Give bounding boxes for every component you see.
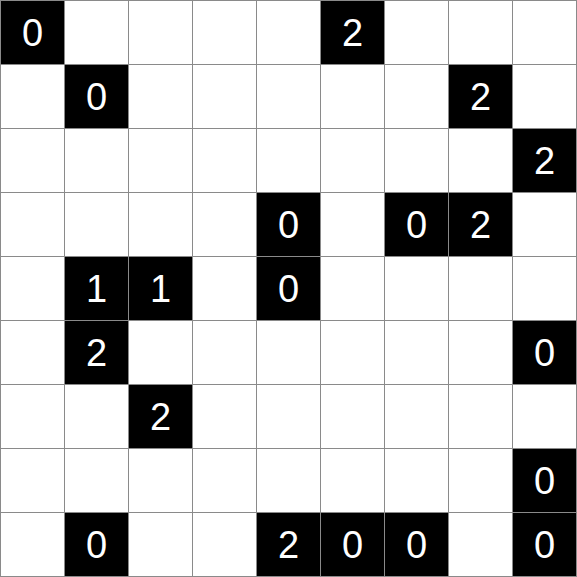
white-cell-r5c8[interactable] — [449, 257, 513, 321]
white-cell-r5c4[interactable] — [193, 257, 257, 321]
white-cell-r5c9[interactable] — [513, 257, 577, 321]
white-cell-r7c4[interactable] — [193, 385, 257, 449]
clue-cell-r9c6: 0 — [321, 513, 385, 577]
clue-cell-r4c7: 0 — [385, 193, 449, 257]
white-cell-r7c5[interactable] — [257, 385, 321, 449]
white-cell-r1c3[interactable] — [129, 1, 193, 65]
clue-cell-r5c3: 1 — [129, 257, 193, 321]
white-cell-r2c6[interactable] — [321, 65, 385, 129]
white-cell-r2c7[interactable] — [385, 65, 449, 129]
white-cell-r6c6[interactable] — [321, 321, 385, 385]
white-cell-r8c1[interactable] — [1, 449, 65, 513]
white-cell-r1c5[interactable] — [257, 1, 321, 65]
white-cell-r4c2[interactable] — [65, 193, 129, 257]
white-cell-r8c8[interactable] — [449, 449, 513, 513]
clue-cell-r2c8: 2 — [449, 65, 513, 129]
white-cell-r8c2[interactable] — [65, 449, 129, 513]
clue-cell-r1c1: 0 — [1, 1, 65, 65]
white-cell-r8c5[interactable] — [257, 449, 321, 513]
white-cell-r3c3[interactable] — [129, 129, 193, 193]
white-cell-r3c6[interactable] — [321, 129, 385, 193]
white-cell-r3c8[interactable] — [449, 129, 513, 193]
white-cell-r1c4[interactable] — [193, 1, 257, 65]
white-cell-r4c6[interactable] — [321, 193, 385, 257]
white-cell-r3c4[interactable] — [193, 129, 257, 193]
white-cell-r5c7[interactable] — [385, 257, 449, 321]
white-cell-r2c5[interactable] — [257, 65, 321, 129]
white-cell-r5c1[interactable] — [1, 257, 65, 321]
white-cell-r6c3[interactable] — [129, 321, 193, 385]
white-cell-r3c7[interactable] — [385, 129, 449, 193]
white-cell-r8c6[interactable] — [321, 449, 385, 513]
clue-cell-r3c9: 2 — [513, 129, 577, 193]
clue-cell-r4c5: 0 — [257, 193, 321, 257]
white-cell-r6c7[interactable] — [385, 321, 449, 385]
white-cell-r3c2[interactable] — [65, 129, 129, 193]
white-cell-r9c4[interactable] — [193, 513, 257, 577]
clue-cell-r9c5: 2 — [257, 513, 321, 577]
white-cell-r2c1[interactable] — [1, 65, 65, 129]
white-cell-r1c8[interactable] — [449, 1, 513, 65]
white-cell-r1c2[interactable] — [65, 1, 129, 65]
white-cell-r1c9[interactable] — [513, 1, 577, 65]
clue-cell-r4c8: 2 — [449, 193, 513, 257]
white-cell-r6c4[interactable] — [193, 321, 257, 385]
white-cell-r7c9[interactable] — [513, 385, 577, 449]
white-cell-r7c6[interactable] — [321, 385, 385, 449]
white-cell-r2c9[interactable] — [513, 65, 577, 129]
white-cell-r9c1[interactable] — [1, 513, 65, 577]
clue-cell-r5c5: 0 — [257, 257, 321, 321]
clue-cell-r8c9: 0 — [513, 449, 577, 513]
clue-cell-r1c6: 2 — [321, 1, 385, 65]
clue-cell-r9c7: 0 — [385, 513, 449, 577]
white-cell-r8c7[interactable] — [385, 449, 449, 513]
white-cell-r2c3[interactable] — [129, 65, 193, 129]
white-cell-r4c9[interactable] — [513, 193, 577, 257]
white-cell-r4c3[interactable] — [129, 193, 193, 257]
white-cell-r7c8[interactable] — [449, 385, 513, 449]
white-cell-r9c8[interactable] — [449, 513, 513, 577]
white-cell-r6c5[interactable] — [257, 321, 321, 385]
white-cell-r6c8[interactable] — [449, 321, 513, 385]
white-cell-r3c5[interactable] — [257, 129, 321, 193]
white-cell-r7c7[interactable] — [385, 385, 449, 449]
white-cell-r5c6[interactable] — [321, 257, 385, 321]
clue-cell-r5c2: 1 — [65, 257, 129, 321]
white-cell-r7c1[interactable] — [1, 385, 65, 449]
white-cell-r6c1[interactable] — [1, 321, 65, 385]
white-cell-r7c2[interactable] — [65, 385, 129, 449]
clue-cell-r6c2: 2 — [65, 321, 129, 385]
white-cell-r4c1[interactable] — [1, 193, 65, 257]
white-cell-r8c4[interactable] — [193, 449, 257, 513]
akari-board: 02022002110202002000 — [0, 0, 577, 577]
clue-cell-r7c3: 2 — [129, 385, 193, 449]
clue-cell-r9c9: 0 — [513, 513, 577, 577]
white-cell-r2c4[interactable] — [193, 65, 257, 129]
white-cell-r4c4[interactable] — [193, 193, 257, 257]
clue-cell-r9c2: 0 — [65, 513, 129, 577]
clue-cell-r2c2: 0 — [65, 65, 129, 129]
clue-cell-r6c9: 0 — [513, 321, 577, 385]
white-cell-r3c1[interactable] — [1, 129, 65, 193]
white-cell-r9c3[interactable] — [129, 513, 193, 577]
white-cell-r8c3[interactable] — [129, 449, 193, 513]
white-cell-r1c7[interactable] — [385, 1, 449, 65]
